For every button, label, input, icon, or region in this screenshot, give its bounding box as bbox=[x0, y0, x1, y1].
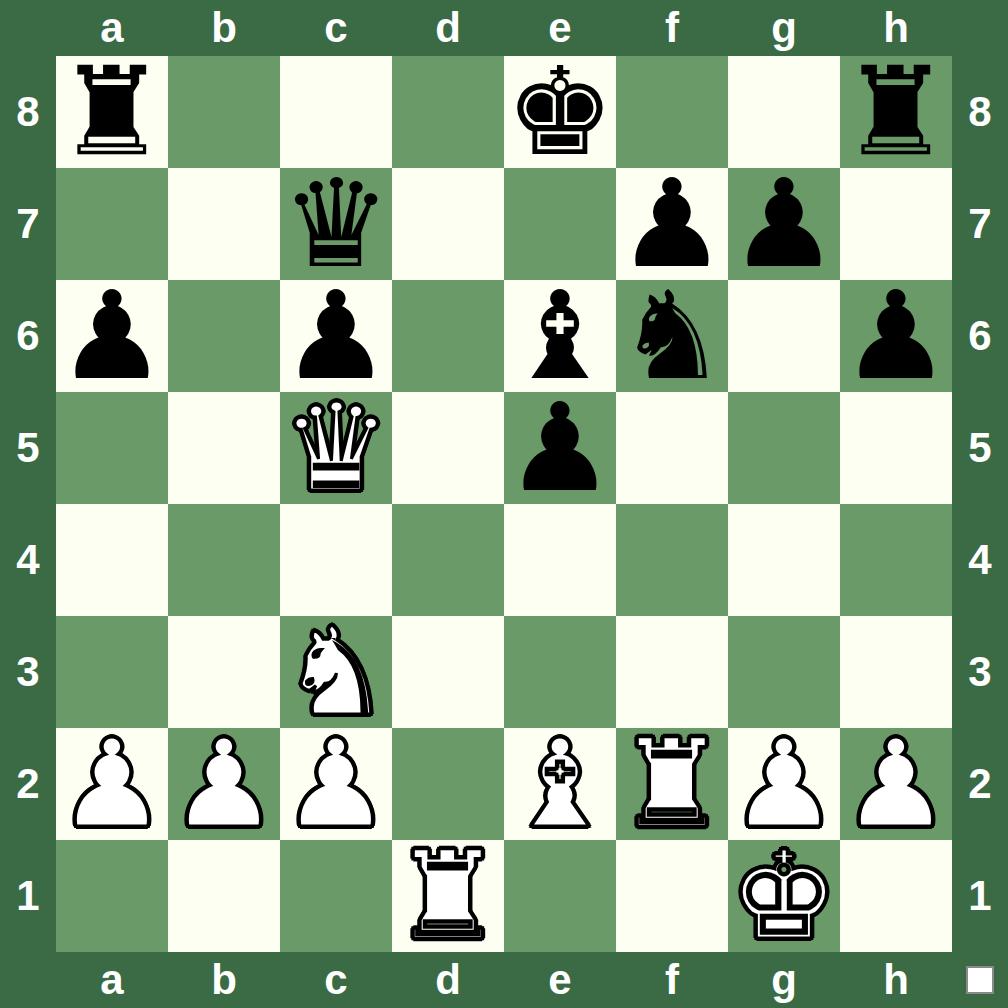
square-h8[interactable]: ♜ bbox=[840, 56, 952, 168]
piece-white-pawn[interactable]: ♟ bbox=[57, 728, 166, 840]
piece-black-pawn[interactable]: ♟ bbox=[505, 392, 614, 504]
piece-black-queen[interactable]: ♛ bbox=[281, 168, 390, 280]
chess-board: ♜♚♜♛♟♟♟♟♝♞♟♛♟♞♟♟♟♝♜♟♟♜♚ bbox=[56, 56, 952, 952]
rank-label: 1 bbox=[952, 840, 1008, 952]
file-label: f bbox=[616, 0, 728, 56]
square-b1[interactable] bbox=[168, 840, 280, 952]
rank-label: 2 bbox=[0, 728, 56, 840]
square-a2[interactable]: ♟ bbox=[56, 728, 168, 840]
square-e5[interactable]: ♟ bbox=[504, 392, 616, 504]
square-a7[interactable] bbox=[56, 168, 168, 280]
square-g4[interactable] bbox=[728, 504, 840, 616]
file-label: d bbox=[392, 0, 504, 56]
square-d2[interactable] bbox=[392, 728, 504, 840]
square-f4[interactable] bbox=[616, 504, 728, 616]
square-c3[interactable]: ♞ bbox=[280, 616, 392, 728]
rank-label: 3 bbox=[952, 616, 1008, 728]
piece-white-pawn[interactable]: ♟ bbox=[281, 728, 390, 840]
square-h3[interactable] bbox=[840, 616, 952, 728]
piece-white-pawn[interactable]: ♟ bbox=[169, 728, 278, 840]
square-h5[interactable] bbox=[840, 392, 952, 504]
square-d1[interactable]: ♜ bbox=[392, 840, 504, 952]
piece-black-rook[interactable]: ♜ bbox=[841, 56, 950, 168]
piece-black-pawn[interactable]: ♟ bbox=[841, 280, 950, 392]
rank-label: 6 bbox=[0, 280, 56, 392]
rank-label: 8 bbox=[0, 56, 56, 168]
piece-black-pawn[interactable]: ♟ bbox=[729, 168, 838, 280]
piece-white-king[interactable]: ♚ bbox=[729, 840, 838, 952]
file-label: b bbox=[168, 0, 280, 56]
square-f7[interactable]: ♟ bbox=[616, 168, 728, 280]
file-label: a bbox=[56, 952, 168, 1008]
rank-label: 7 bbox=[0, 168, 56, 280]
piece-black-knight[interactable]: ♞ bbox=[617, 280, 726, 392]
square-h7[interactable] bbox=[840, 168, 952, 280]
square-e7[interactable] bbox=[504, 168, 616, 280]
rank-label: 3 bbox=[0, 616, 56, 728]
square-e6[interactable]: ♝ bbox=[504, 280, 616, 392]
square-d8[interactable] bbox=[392, 56, 504, 168]
rank-labels-left: 87654321 bbox=[0, 56, 56, 952]
square-b7[interactable] bbox=[168, 168, 280, 280]
square-b8[interactable] bbox=[168, 56, 280, 168]
square-f6[interactable]: ♞ bbox=[616, 280, 728, 392]
square-b4[interactable] bbox=[168, 504, 280, 616]
square-a1[interactable] bbox=[56, 840, 168, 952]
square-g2[interactable]: ♟ bbox=[728, 728, 840, 840]
rank-label: 1 bbox=[0, 840, 56, 952]
square-a4[interactable] bbox=[56, 504, 168, 616]
square-e1[interactable] bbox=[504, 840, 616, 952]
rank-label: 4 bbox=[952, 504, 1008, 616]
rank-label: 5 bbox=[0, 392, 56, 504]
rank-label: 8 bbox=[952, 56, 1008, 168]
square-d7[interactable] bbox=[392, 168, 504, 280]
file-label: e bbox=[504, 952, 616, 1008]
piece-white-pawn[interactable]: ♟ bbox=[841, 728, 950, 840]
square-g8[interactable] bbox=[728, 56, 840, 168]
file-label: h bbox=[840, 952, 952, 1008]
square-d6[interactable] bbox=[392, 280, 504, 392]
square-h4[interactable] bbox=[840, 504, 952, 616]
file-label: f bbox=[616, 952, 728, 1008]
square-a3[interactable] bbox=[56, 616, 168, 728]
piece-black-rook[interactable]: ♜ bbox=[57, 56, 166, 168]
square-e2[interactable]: ♝ bbox=[504, 728, 616, 840]
piece-black-pawn[interactable]: ♟ bbox=[57, 280, 166, 392]
square-e3[interactable] bbox=[504, 616, 616, 728]
square-f8[interactable] bbox=[616, 56, 728, 168]
square-g6[interactable] bbox=[728, 280, 840, 392]
square-c2[interactable]: ♟ bbox=[280, 728, 392, 840]
chessboard-frame: abcdefgh abcdefgh 87654321 87654321 ♜♚♜♛… bbox=[0, 0, 1008, 1008]
piece-black-bishop[interactable]: ♝ bbox=[505, 280, 614, 392]
square-d3[interactable] bbox=[392, 616, 504, 728]
square-c5[interactable]: ♛ bbox=[280, 392, 392, 504]
square-b5[interactable] bbox=[168, 392, 280, 504]
file-label: g bbox=[728, 0, 840, 56]
piece-white-rook[interactable]: ♜ bbox=[393, 840, 502, 952]
square-c1[interactable] bbox=[280, 840, 392, 952]
piece-white-pawn[interactable]: ♟ bbox=[729, 728, 838, 840]
square-f2[interactable]: ♜ bbox=[616, 728, 728, 840]
file-label: c bbox=[280, 952, 392, 1008]
square-b3[interactable] bbox=[168, 616, 280, 728]
square-h2[interactable]: ♟ bbox=[840, 728, 952, 840]
piece-white-rook[interactable]: ♜ bbox=[617, 728, 726, 840]
square-e4[interactable] bbox=[504, 504, 616, 616]
file-labels-top: abcdefgh bbox=[56, 0, 952, 56]
square-c8[interactable] bbox=[280, 56, 392, 168]
square-a5[interactable] bbox=[56, 392, 168, 504]
square-b6[interactable] bbox=[168, 280, 280, 392]
rank-label: 4 bbox=[0, 504, 56, 616]
piece-white-bishop[interactable]: ♝ bbox=[505, 728, 614, 840]
square-b2[interactable]: ♟ bbox=[168, 728, 280, 840]
rank-label: 6 bbox=[952, 280, 1008, 392]
piece-black-king[interactable]: ♚ bbox=[505, 56, 614, 168]
rank-labels-right: 87654321 bbox=[952, 56, 1008, 952]
square-a8[interactable]: ♜ bbox=[56, 56, 168, 168]
file-label: b bbox=[168, 952, 280, 1008]
piece-white-queen[interactable]: ♛ bbox=[281, 392, 390, 504]
square-g1[interactable]: ♚ bbox=[728, 840, 840, 952]
square-c7[interactable]: ♛ bbox=[280, 168, 392, 280]
square-f1[interactable] bbox=[616, 840, 728, 952]
square-c4[interactable] bbox=[280, 504, 392, 616]
piece-black-pawn[interactable]: ♟ bbox=[281, 280, 390, 392]
square-d5[interactable] bbox=[392, 392, 504, 504]
rank-label: 2 bbox=[952, 728, 1008, 840]
square-h1[interactable] bbox=[840, 840, 952, 952]
square-g3[interactable] bbox=[728, 616, 840, 728]
square-c6[interactable]: ♟ bbox=[280, 280, 392, 392]
square-a6[interactable]: ♟ bbox=[56, 280, 168, 392]
white-to-move-indicator bbox=[966, 966, 994, 994]
square-h6[interactable]: ♟ bbox=[840, 280, 952, 392]
square-g7[interactable]: ♟ bbox=[728, 168, 840, 280]
piece-white-knight[interactable]: ♞ bbox=[281, 616, 390, 728]
rank-label: 5 bbox=[952, 392, 1008, 504]
file-label: c bbox=[280, 0, 392, 56]
piece-black-pawn[interactable]: ♟ bbox=[617, 168, 726, 280]
rank-label: 7 bbox=[952, 168, 1008, 280]
square-g5[interactable] bbox=[728, 392, 840, 504]
square-d4[interactable] bbox=[392, 504, 504, 616]
square-f3[interactable] bbox=[616, 616, 728, 728]
square-e8[interactable]: ♚ bbox=[504, 56, 616, 168]
square-f5[interactable] bbox=[616, 392, 728, 504]
